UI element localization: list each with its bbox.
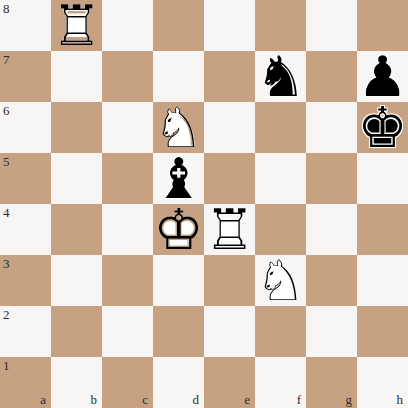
square-a2[interactable]: 2 — [0, 306, 51, 357]
square-h4[interactable] — [357, 204, 408, 255]
square-c8[interactable] — [102, 0, 153, 51]
square-f2[interactable] — [255, 306, 306, 357]
rank-label-4: 4 — [3, 206, 10, 219]
file-label-c: c — [142, 393, 148, 406]
square-e5[interactable] — [204, 153, 255, 204]
rank-label-5: 5 — [3, 155, 10, 168]
rank-label-1: 1 — [3, 359, 10, 372]
square-d7[interactable] — [153, 51, 204, 102]
white-piece-fill-glyph: ♚ — [153, 204, 204, 255]
square-d1[interactable]: d — [153, 357, 204, 408]
square-h8[interactable] — [357, 0, 408, 51]
white-rook-b8[interactable]: ♜♖ — [51, 0, 102, 51]
file-label-a: a — [40, 393, 46, 406]
white-rook-e4[interactable]: ♜♖ — [204, 204, 255, 255]
square-b4[interactable] — [51, 204, 102, 255]
square-a7[interactable]: 7 — [0, 51, 51, 102]
square-d6[interactable]: ♞♘ — [153, 102, 204, 153]
rank-label-3: 3 — [3, 257, 10, 270]
white-piece-fill-glyph: ♜ — [204, 204, 255, 255]
black-piece-glyph: ♚ — [357, 102, 408, 153]
black-piece-glyph: ♞ — [255, 51, 306, 102]
square-g5[interactable] — [306, 153, 357, 204]
black-piece-glyph: ♝ — [153, 153, 204, 204]
file-label-b: b — [91, 393, 98, 406]
white-piece-outline-glyph: ♘ — [153, 102, 204, 153]
square-g7[interactable] — [306, 51, 357, 102]
square-g2[interactable] — [306, 306, 357, 357]
white-piece-outline-glyph: ♖ — [204, 204, 255, 255]
square-f1[interactable]: f — [255, 357, 306, 408]
square-h3[interactable] — [357, 255, 408, 306]
square-a5[interactable]: 5 — [0, 153, 51, 204]
square-d2[interactable] — [153, 306, 204, 357]
square-e7[interactable] — [204, 51, 255, 102]
square-d4[interactable]: ♚♔ — [153, 204, 204, 255]
square-f4[interactable] — [255, 204, 306, 255]
square-g1[interactable]: g — [306, 357, 357, 408]
square-b5[interactable] — [51, 153, 102, 204]
square-e1[interactable]: e — [204, 357, 255, 408]
white-piece-fill-glyph: ♞ — [255, 255, 306, 306]
square-c6[interactable] — [102, 102, 153, 153]
rank-label-6: 6 — [3, 104, 10, 117]
black-piece-glyph: ♟ — [357, 51, 408, 102]
square-d5[interactable]: ♝ — [153, 153, 204, 204]
square-a1[interactable]: 1a — [0, 357, 51, 408]
white-piece-fill-glyph: ♞ — [153, 102, 204, 153]
square-b1[interactable]: b — [51, 357, 102, 408]
square-b6[interactable] — [51, 102, 102, 153]
black-king-h6[interactable]: ♚ — [357, 102, 408, 153]
white-piece-fill-glyph: ♜ — [51, 0, 102, 51]
square-f8[interactable] — [255, 0, 306, 51]
square-e4[interactable]: ♜♖ — [204, 204, 255, 255]
rank-label-7: 7 — [3, 53, 10, 66]
square-c2[interactable] — [102, 306, 153, 357]
square-c5[interactable] — [102, 153, 153, 204]
file-label-g: g — [346, 393, 353, 406]
square-h2[interactable] — [357, 306, 408, 357]
square-a8[interactable]: 8 — [0, 0, 51, 51]
white-knight-d6[interactable]: ♞♘ — [153, 102, 204, 153]
square-g6[interactable] — [306, 102, 357, 153]
rank-label-2: 2 — [3, 308, 10, 321]
white-piece-outline-glyph: ♘ — [255, 255, 306, 306]
square-b2[interactable] — [51, 306, 102, 357]
square-f6[interactable] — [255, 102, 306, 153]
black-knight-f7[interactable]: ♞ — [255, 51, 306, 102]
square-c1[interactable]: c — [102, 357, 153, 408]
square-g8[interactable] — [306, 0, 357, 51]
square-f5[interactable] — [255, 153, 306, 204]
square-c7[interactable] — [102, 51, 153, 102]
square-f3[interactable]: ♞♘ — [255, 255, 306, 306]
square-a6[interactable]: 6 — [0, 102, 51, 153]
file-label-f: f — [297, 393, 301, 406]
file-label-d: d — [193, 393, 200, 406]
square-e2[interactable] — [204, 306, 255, 357]
square-h5[interactable] — [357, 153, 408, 204]
square-c3[interactable] — [102, 255, 153, 306]
square-e6[interactable] — [204, 102, 255, 153]
square-d3[interactable] — [153, 255, 204, 306]
white-king-d4[interactable]: ♚♔ — [153, 204, 204, 255]
chess-board: 8♜♖7♞♟6♞♘♚5♝4♚♔♜♖3♞♘21abcdefgh — [0, 0, 408, 408]
file-label-e: e — [244, 393, 250, 406]
square-h1[interactable]: h — [357, 357, 408, 408]
square-c4[interactable] — [102, 204, 153, 255]
rank-label-8: 8 — [3, 2, 10, 15]
square-f7[interactable]: ♞ — [255, 51, 306, 102]
square-e8[interactable] — [204, 0, 255, 51]
white-knight-f3[interactable]: ♞♘ — [255, 255, 306, 306]
square-e3[interactable] — [204, 255, 255, 306]
square-g3[interactable] — [306, 255, 357, 306]
black-pawn-h7[interactable]: ♟ — [357, 51, 408, 102]
square-b3[interactable] — [51, 255, 102, 306]
square-a4[interactable]: 4 — [0, 204, 51, 255]
square-h7[interactable]: ♟ — [357, 51, 408, 102]
square-h6[interactable]: ♚ — [357, 102, 408, 153]
file-label-h: h — [397, 393, 404, 406]
square-d8[interactable] — [153, 0, 204, 51]
square-a3[interactable]: 3 — [0, 255, 51, 306]
square-b7[interactable] — [51, 51, 102, 102]
white-piece-outline-glyph: ♔ — [153, 204, 204, 255]
square-g4[interactable] — [306, 204, 357, 255]
white-piece-outline-glyph: ♖ — [51, 0, 102, 51]
square-b8[interactable]: ♜♖ — [51, 0, 102, 51]
black-bishop-d5[interactable]: ♝ — [153, 153, 204, 204]
